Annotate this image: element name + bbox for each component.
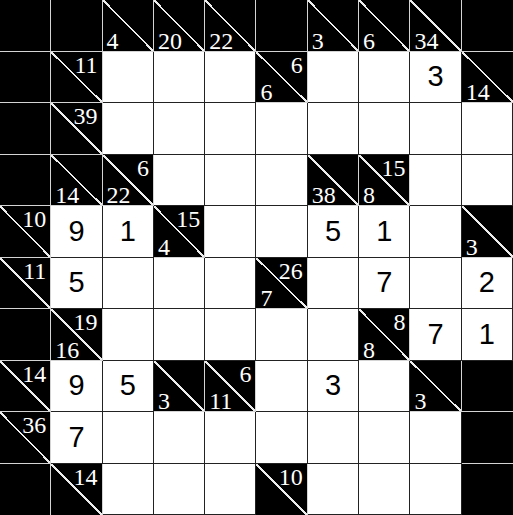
- right-clue: 19: [74, 310, 98, 334]
- cell-r8c4[interactable]: [205, 412, 256, 464]
- clue-cell-r4c0: 10: [0, 206, 51, 258]
- right-clue: 26: [279, 259, 303, 283]
- block-r0c9: [462, 0, 513, 52]
- cell-r1c8[interactable]: 3: [410, 52, 461, 104]
- clue-cell-r7c3: 3: [154, 361, 205, 413]
- down-clue: 8: [363, 338, 375, 361]
- block-r8c9: [462, 412, 513, 464]
- cell-r6c6[interactable]: [308, 309, 359, 361]
- cell-r7c6[interactable]: 3: [308, 361, 359, 413]
- cell-r7c5[interactable]: [256, 361, 307, 413]
- clue-cell-r1c5: 66: [256, 52, 307, 104]
- down-clue: 22: [209, 29, 233, 52]
- right-clue: 39: [74, 104, 98, 128]
- down-clue: 14: [466, 80, 490, 103]
- entry-digit: 2: [462, 258, 512, 309]
- cell-r7c7[interactable]: [359, 361, 410, 413]
- cell-r4c4[interactable]: [205, 206, 256, 258]
- clue-cell-r4c9: 3: [462, 206, 513, 258]
- clue-cell-r7c8: 3: [410, 361, 461, 413]
- block-r2c0: [0, 103, 51, 155]
- cell-r2c8[interactable]: [410, 103, 461, 155]
- cell-r9c8[interactable]: [410, 464, 461, 515]
- right-clue: 11: [74, 53, 97, 77]
- clue-cell-r3c7: 815: [359, 155, 410, 207]
- cell-r3c8[interactable]: [410, 155, 461, 207]
- cell-r2c3[interactable]: [154, 103, 205, 155]
- cell-r6c4[interactable]: [205, 309, 256, 361]
- cell-r1c6[interactable]: [308, 52, 359, 104]
- down-clue: 22: [107, 183, 131, 206]
- cell-r1c7[interactable]: [359, 52, 410, 104]
- cell-r5c4[interactable]: [205, 258, 256, 310]
- entry-digit: 1: [462, 309, 512, 360]
- down-clue: 20: [158, 29, 182, 52]
- clue-cell-r1c9: 14: [462, 52, 513, 104]
- cell-r8c3[interactable]: [154, 412, 205, 464]
- cell-r6c2[interactable]: [103, 309, 154, 361]
- cell-r7c2[interactable]: 5: [103, 361, 154, 413]
- cell-r1c2[interactable]: [103, 52, 154, 104]
- cell-r6c3[interactable]: [154, 309, 205, 361]
- entry-digit: 1: [359, 206, 409, 257]
- down-clue: 38: [312, 183, 336, 206]
- block-r0c5: [256, 0, 307, 52]
- entry-digit: 5: [308, 206, 358, 257]
- entry-digit: 7: [410, 309, 460, 360]
- clue-cell-r7c4: 116: [205, 361, 256, 413]
- down-clue: 4: [107, 29, 119, 52]
- clue-cell-r6c7: 88: [359, 309, 410, 361]
- cell-r2c4[interactable]: [205, 103, 256, 155]
- clue-cell-r0c4: 22: [205, 0, 256, 52]
- cell-r4c8[interactable]: [410, 206, 461, 258]
- clue-cell-r6c1: 1619: [51, 309, 102, 361]
- cell-r3c3[interactable]: [154, 155, 205, 207]
- cell-r9c4[interactable]: [205, 464, 256, 515]
- cell-r2c5[interactable]: [256, 103, 307, 155]
- clue-cell-r4c3: 415: [154, 206, 205, 258]
- down-clue: 3: [158, 389, 170, 412]
- down-clue: 6: [363, 29, 375, 52]
- right-clue: 36: [22, 413, 46, 437]
- cell-r5c6[interactable]: [308, 258, 359, 310]
- block-r9c0: [0, 464, 51, 515]
- entry-digit: 1: [103, 206, 153, 257]
- cell-r9c6[interactable]: [308, 464, 359, 515]
- cell-r5c9[interactable]: 2: [462, 258, 513, 310]
- cell-r4c6[interactable]: 5: [308, 206, 359, 258]
- clue-cell-r3c2: 226: [103, 155, 154, 207]
- down-clue: 11: [209, 389, 232, 412]
- entry-digit: 7: [359, 258, 409, 309]
- entry-digit: 3: [308, 361, 358, 412]
- clue-cell-r3c6: 38: [308, 155, 359, 207]
- down-clue: 3: [312, 29, 324, 52]
- cell-r6c9[interactable]: 1: [462, 309, 513, 361]
- down-clue: 7: [260, 286, 272, 309]
- down-clue: 6: [260, 80, 272, 103]
- clue-cell-r8c0: 36: [0, 412, 51, 464]
- cell-r9c2[interactable]: [103, 464, 154, 515]
- cell-r4c7[interactable]: 1: [359, 206, 410, 258]
- cell-r5c3[interactable]: [154, 258, 205, 310]
- clue-cell-r7c0: 14: [0, 361, 51, 413]
- cell-r5c7[interactable]: 7: [359, 258, 410, 310]
- cell-r6c5[interactable]: [256, 309, 307, 361]
- clue-cell-r3c1: 14: [51, 155, 102, 207]
- cell-r8c7[interactable]: [359, 412, 410, 464]
- cell-r2c6[interactable]: [308, 103, 359, 155]
- down-clue: 3: [414, 389, 426, 412]
- right-clue: 14: [74, 465, 98, 489]
- right-clue: 14: [22, 362, 46, 386]
- cell-r9c7[interactable]: [359, 464, 410, 515]
- cell-r8c6[interactable]: [308, 412, 359, 464]
- block-r0c1: [51, 0, 102, 52]
- cell-r5c2[interactable]: [103, 258, 154, 310]
- entry-digit: 5: [103, 361, 153, 412]
- entry-digit: 7: [51, 412, 101, 463]
- clue-cell-r0c3: 20: [154, 0, 205, 52]
- down-clue: 3: [466, 235, 478, 258]
- clue-cell-r5c0: 11: [0, 258, 51, 310]
- block-r1c0: [0, 52, 51, 104]
- clue-cell-r9c5: 10: [256, 464, 307, 515]
- cell-r4c5[interactable]: [256, 206, 307, 258]
- cell-r8c2[interactable]: [103, 412, 154, 464]
- clue-cell-r0c7: 6: [359, 0, 410, 52]
- entry-digit: 9: [51, 206, 101, 257]
- clue-cell-r2c1: 39: [51, 103, 102, 155]
- block-r7c9: [462, 361, 513, 413]
- entry-digit: 9: [51, 361, 101, 412]
- cell-r4c2[interactable]: 1: [103, 206, 154, 258]
- block-r0c0: [0, 0, 51, 52]
- cell-r3c5[interactable]: [256, 155, 307, 207]
- entry-digit: 3: [410, 52, 460, 103]
- cell-r6c8[interactable]: 7: [410, 309, 461, 361]
- clue-cell-r5c5: 726: [256, 258, 307, 310]
- entry-digit: 5: [51, 258, 101, 309]
- right-clue: 10: [22, 207, 46, 231]
- cell-r5c8[interactable]: [410, 258, 461, 310]
- cell-r2c2[interactable]: [103, 103, 154, 155]
- right-clue: 6: [239, 362, 251, 386]
- cell-r1c3[interactable]: [154, 52, 205, 104]
- cell-r8c5[interactable]: [256, 412, 307, 464]
- kakuro-board: 4202236341166314391422638815109141551311…: [0, 0, 513, 515]
- right-clue: 8: [393, 310, 405, 334]
- right-clue: 10: [279, 465, 303, 489]
- cell-r2c9[interactable]: [462, 103, 513, 155]
- down-clue: 16: [55, 338, 79, 361]
- cell-r4c1[interactable]: 9: [51, 206, 102, 258]
- down-clue: 14: [55, 183, 79, 206]
- right-clue: 11: [23, 259, 46, 283]
- clue-cell-r1c1: 11: [51, 52, 102, 104]
- cell-r2c7[interactable]: [359, 103, 410, 155]
- block-r3c0: [0, 155, 51, 207]
- cell-r8c1[interactable]: 7: [51, 412, 102, 464]
- clue-cell-r0c2: 4: [103, 0, 154, 52]
- cell-r7c1[interactable]: 9: [51, 361, 102, 413]
- block-r9c9: [462, 464, 513, 515]
- clue-cell-r0c8: 34: [410, 0, 461, 52]
- cell-r3c9[interactable]: [462, 155, 513, 207]
- right-clue: 6: [291, 53, 303, 77]
- right-clue: 15: [381, 156, 405, 180]
- clue-cell-r0c6: 3: [308, 0, 359, 52]
- down-clue: 34: [414, 29, 438, 52]
- cell-r8c8[interactable]: [410, 412, 461, 464]
- cell-r1c4[interactable]: [205, 52, 256, 104]
- down-clue: 8: [363, 183, 375, 206]
- cell-r9c3[interactable]: [154, 464, 205, 515]
- cell-r3c4[interactable]: [205, 155, 256, 207]
- right-clue: 15: [176, 207, 200, 231]
- right-clue: 6: [137, 156, 149, 180]
- cell-r5c1[interactable]: 5: [51, 258, 102, 310]
- clue-cell-r9c1: 14: [51, 464, 102, 515]
- block-r6c0: [0, 309, 51, 361]
- down-clue: 4: [158, 235, 170, 258]
